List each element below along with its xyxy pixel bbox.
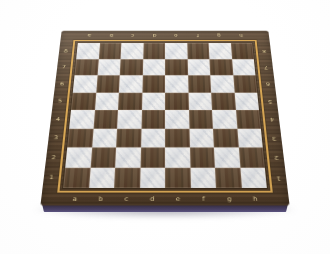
square-c3[interactable] xyxy=(116,128,141,147)
square-h2[interactable] xyxy=(238,147,264,167)
square-c5[interactable] xyxy=(118,92,142,110)
square-e1[interactable] xyxy=(165,167,190,188)
file-top-label-d: d xyxy=(143,31,165,40)
board-frame: abcdefgh abcdefgh 87654321 87654321 xyxy=(40,31,289,206)
square-d5[interactable] xyxy=(142,92,166,110)
square-g5[interactable] xyxy=(211,92,235,110)
square-f2[interactable] xyxy=(189,147,214,167)
rank-right-label-6: 6 xyxy=(260,75,276,92)
file-top-label-f: f xyxy=(186,31,208,40)
square-d3[interactable] xyxy=(141,128,165,147)
square-f8[interactable] xyxy=(187,43,210,59)
square-f4[interactable] xyxy=(189,110,213,128)
square-d6[interactable] xyxy=(142,75,165,92)
square-d8[interactable] xyxy=(143,43,165,59)
file-top-label-c: c xyxy=(122,31,144,40)
square-g1[interactable] xyxy=(215,167,242,188)
square-e7[interactable] xyxy=(165,59,188,75)
square-h3[interactable] xyxy=(237,128,263,147)
square-f3[interactable] xyxy=(189,128,214,147)
scene: abcdefgh abcdefgh 87654321 87654321 xyxy=(0,0,330,254)
rank-right-label-2: 2 xyxy=(268,147,285,167)
square-a6[interactable] xyxy=(73,75,97,92)
square-h1[interactable] xyxy=(240,167,267,188)
file-bottom-label-a: a xyxy=(61,193,88,206)
file-top-label-e: e xyxy=(165,31,187,40)
square-f1[interactable] xyxy=(190,167,216,188)
square-b7[interactable] xyxy=(97,59,120,75)
square-g6[interactable] xyxy=(210,75,234,92)
file-bottom-label-b: b xyxy=(87,193,114,206)
file-bottom-label-e: e xyxy=(165,193,191,206)
square-g3[interactable] xyxy=(213,128,238,147)
square-a2[interactable] xyxy=(65,147,91,167)
square-d4[interactable] xyxy=(141,110,165,128)
square-c7[interactable] xyxy=(120,59,143,75)
square-g8[interactable] xyxy=(209,43,232,59)
rank-right-label-7: 7 xyxy=(259,59,274,75)
file-bottom-label-d: d xyxy=(139,193,165,206)
file-top-label-b: b xyxy=(100,31,122,40)
square-h6[interactable] xyxy=(233,75,257,92)
square-h7[interactable] xyxy=(232,59,256,75)
square-d2[interactable] xyxy=(140,147,165,167)
rank-right-label-1: 1 xyxy=(270,167,287,188)
square-c8[interactable] xyxy=(121,43,144,59)
rank-right-label-5: 5 xyxy=(262,92,278,110)
square-a3[interactable] xyxy=(67,128,93,147)
square-e2[interactable] xyxy=(165,147,190,167)
square-f6[interactable] xyxy=(188,75,211,92)
rank-right-label-8: 8 xyxy=(257,43,272,59)
square-e4[interactable] xyxy=(165,110,189,128)
square-b2[interactable] xyxy=(90,147,116,167)
square-f5[interactable] xyxy=(188,92,212,110)
square-b6[interactable] xyxy=(96,75,120,92)
file-top-label-h: h xyxy=(229,31,251,40)
square-h4[interactable] xyxy=(236,110,261,128)
square-a4[interactable] xyxy=(69,110,94,128)
board-grid xyxy=(63,43,267,188)
square-a1[interactable] xyxy=(63,167,90,188)
file-labels-top: abcdefgh xyxy=(78,31,252,40)
square-e3[interactable] xyxy=(165,128,189,147)
chessboard: abcdefgh abcdefgh 87654321 87654321 xyxy=(40,31,289,206)
square-g2[interactable] xyxy=(214,147,240,167)
square-b1[interactable] xyxy=(89,167,116,188)
rank-right-label-4: 4 xyxy=(264,110,280,128)
square-c4[interactable] xyxy=(117,110,141,128)
square-c6[interactable] xyxy=(119,75,142,92)
square-a8[interactable] xyxy=(76,43,99,59)
file-labels-bottom: abcdefgh xyxy=(61,193,268,206)
square-h5[interactable] xyxy=(234,92,259,110)
file-bottom-label-f: f xyxy=(191,193,217,206)
square-d7[interactable] xyxy=(142,59,165,75)
file-top-label-g: g xyxy=(208,31,230,40)
square-e8[interactable] xyxy=(165,43,187,59)
square-e5[interactable] xyxy=(165,92,189,110)
square-c1[interactable] xyxy=(114,167,140,188)
square-b4[interactable] xyxy=(93,110,118,128)
square-f7[interactable] xyxy=(187,59,210,75)
square-a7[interactable] xyxy=(75,59,99,75)
square-g4[interactable] xyxy=(212,110,237,128)
rank-right-label-3: 3 xyxy=(266,128,283,147)
square-c2[interactable] xyxy=(115,147,140,167)
square-a5[interactable] xyxy=(71,92,96,110)
square-b3[interactable] xyxy=(92,128,117,147)
file-bottom-label-h: h xyxy=(242,193,269,206)
square-d1[interactable] xyxy=(140,167,165,188)
file-top-label-a: a xyxy=(78,31,100,40)
file-bottom-label-c: c xyxy=(113,193,139,206)
square-b8[interactable] xyxy=(98,43,121,59)
square-e6[interactable] xyxy=(165,75,188,92)
square-b5[interactable] xyxy=(95,92,119,110)
square-h8[interactable] xyxy=(230,43,253,59)
file-bottom-label-g: g xyxy=(216,193,243,206)
square-g7[interactable] xyxy=(209,59,232,75)
